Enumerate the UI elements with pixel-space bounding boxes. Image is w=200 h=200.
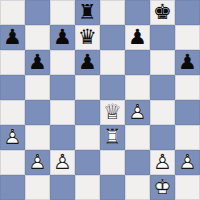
- square-h8[interactable]: [175, 0, 200, 25]
- square-a3[interactable]: ♟♙: [0, 125, 25, 150]
- black-pawn-icon: ♟: [75, 50, 100, 75]
- white-pawn-piece[interactable]: ♟♙: [175, 150, 200, 175]
- square-d4[interactable]: [75, 100, 100, 125]
- white-pawn-icon: ♙: [150, 150, 175, 175]
- square-f4[interactable]: ♟♙: [125, 100, 150, 125]
- black-pawn-icon: ♟: [25, 50, 50, 75]
- square-b2[interactable]: ♟♙: [25, 150, 50, 175]
- square-c5[interactable]: [50, 75, 75, 100]
- square-f3[interactable]: [125, 125, 150, 150]
- square-b1[interactable]: [25, 175, 50, 200]
- square-d2[interactable]: [75, 150, 100, 175]
- white-pawn-piece[interactable]: ♟♙: [0, 125, 25, 150]
- white-pawn-icon: ♙: [25, 150, 50, 175]
- square-h1[interactable]: [175, 175, 200, 200]
- square-c4[interactable]: [50, 100, 75, 125]
- square-g1[interactable]: ♚♔: [150, 175, 175, 200]
- square-g5[interactable]: [150, 75, 175, 100]
- square-f6[interactable]: [125, 50, 150, 75]
- white-king-piece[interactable]: ♚♔: [150, 175, 175, 200]
- square-g6[interactable]: [150, 50, 175, 75]
- black-pawn-piece[interactable]: ♟: [75, 50, 100, 75]
- square-a1[interactable]: [0, 175, 25, 200]
- square-c8[interactable]: [50, 0, 75, 25]
- square-e2[interactable]: [100, 150, 125, 175]
- chess-board: ♜♚♟♟♛♟♟♟♟♛♕♟♙♟♙♜♖♟♙♟♙♟♙♟♙♚♔: [0, 0, 200, 200]
- black-queen-piece[interactable]: ♛: [75, 25, 100, 50]
- white-pawn-piece[interactable]: ♟♙: [50, 150, 75, 175]
- square-h5[interactable]: [175, 75, 200, 100]
- white-queen-piece[interactable]: ♛♕: [100, 100, 125, 125]
- black-rook-icon: ♜: [75, 0, 100, 25]
- square-d6[interactable]: ♟: [75, 50, 100, 75]
- square-e6[interactable]: [100, 50, 125, 75]
- square-a6[interactable]: [0, 50, 25, 75]
- square-h2[interactable]: ♟♙: [175, 150, 200, 175]
- square-e8[interactable]: [100, 0, 125, 25]
- square-d3[interactable]: [75, 125, 100, 150]
- square-d7[interactable]: ♛: [75, 25, 100, 50]
- square-h4[interactable]: [175, 100, 200, 125]
- square-d5[interactable]: [75, 75, 100, 100]
- white-pawn-icon: ♙: [50, 150, 75, 175]
- white-queen-icon: ♕: [100, 100, 125, 125]
- square-f7[interactable]: ♟: [125, 25, 150, 50]
- square-a7[interactable]: ♟: [0, 25, 25, 50]
- square-a5[interactable]: [0, 75, 25, 100]
- square-g4[interactable]: [150, 100, 175, 125]
- square-g2[interactable]: ♟♙: [150, 150, 175, 175]
- black-pawn-piece[interactable]: ♟: [25, 50, 50, 75]
- black-pawn-piece[interactable]: ♟: [50, 25, 75, 50]
- white-pawn-icon: ♙: [0, 125, 25, 150]
- black-pawn-icon: ♟: [175, 50, 200, 75]
- square-d1[interactable]: [75, 175, 100, 200]
- square-a4[interactable]: [0, 100, 25, 125]
- white-pawn-icon: ♙: [175, 150, 200, 175]
- white-rook-piece[interactable]: ♜♖: [100, 125, 125, 150]
- white-king-icon: ♔: [150, 175, 175, 200]
- square-b3[interactable]: [25, 125, 50, 150]
- square-g8[interactable]: ♚: [150, 0, 175, 25]
- square-c2[interactable]: ♟♙: [50, 150, 75, 175]
- square-b7[interactable]: [25, 25, 50, 50]
- white-pawn-piece[interactable]: ♟♙: [25, 150, 50, 175]
- black-pawn-icon: ♟: [50, 25, 75, 50]
- square-c7[interactable]: ♟: [50, 25, 75, 50]
- square-c6[interactable]: [50, 50, 75, 75]
- white-pawn-icon: ♙: [125, 100, 150, 125]
- square-f2[interactable]: [125, 150, 150, 175]
- black-king-piece[interactable]: ♚: [150, 0, 175, 25]
- square-a8[interactable]: [0, 0, 25, 25]
- square-e4[interactable]: ♛♕: [100, 100, 125, 125]
- square-b8[interactable]: [25, 0, 50, 25]
- black-rook-piece[interactable]: ♜: [75, 0, 100, 25]
- black-queen-icon: ♛: [75, 25, 100, 50]
- square-b5[interactable]: [25, 75, 50, 100]
- black-pawn-piece[interactable]: ♟: [175, 50, 200, 75]
- square-e1[interactable]: [100, 175, 125, 200]
- square-e5[interactable]: [100, 75, 125, 100]
- black-pawn-piece[interactable]: ♟: [0, 25, 25, 50]
- square-g7[interactable]: [150, 25, 175, 50]
- black-pawn-icon: ♟: [0, 25, 25, 50]
- black-king-icon: ♚: [150, 0, 175, 25]
- square-h6[interactable]: ♟: [175, 50, 200, 75]
- white-pawn-piece[interactable]: ♟♙: [150, 150, 175, 175]
- square-h7[interactable]: [175, 25, 200, 50]
- square-h3[interactable]: [175, 125, 200, 150]
- square-a2[interactable]: [0, 150, 25, 175]
- square-c3[interactable]: [50, 125, 75, 150]
- square-d8[interactable]: ♜: [75, 0, 100, 25]
- square-b4[interactable]: [25, 100, 50, 125]
- square-e7[interactable]: [100, 25, 125, 50]
- square-e3[interactable]: ♜♖: [100, 125, 125, 150]
- square-f5[interactable]: [125, 75, 150, 100]
- black-pawn-piece[interactable]: ♟: [125, 25, 150, 50]
- white-pawn-piece[interactable]: ♟♙: [125, 100, 150, 125]
- white-rook-icon: ♖: [100, 125, 125, 150]
- square-b6[interactable]: ♟: [25, 50, 50, 75]
- square-g3[interactable]: [150, 125, 175, 150]
- square-f1[interactable]: [125, 175, 150, 200]
- black-pawn-icon: ♟: [125, 25, 150, 50]
- square-f8[interactable]: [125, 0, 150, 25]
- square-c1[interactable]: [50, 175, 75, 200]
